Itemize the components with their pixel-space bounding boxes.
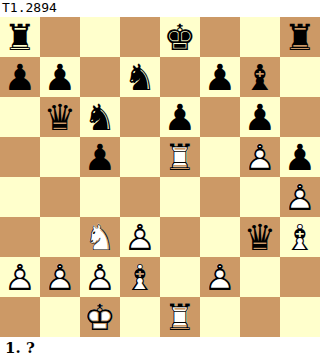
square-c5[interactable]: ♟ xyxy=(80,137,120,177)
square-a6[interactable] xyxy=(0,97,40,137)
square-c4[interactable] xyxy=(80,177,120,217)
square-c1[interactable]: ♚♔ xyxy=(80,297,120,337)
square-h3[interactable]: ♝♗ xyxy=(280,217,320,257)
piece-black-pawn: ♟ xyxy=(40,57,80,97)
piece-white-pawn: ♟♙ xyxy=(40,257,80,297)
square-h2[interactable] xyxy=(280,257,320,297)
piece-black-pawn: ♟ xyxy=(0,57,40,97)
square-c3[interactable]: ♞♘ xyxy=(80,217,120,257)
square-b3[interactable] xyxy=(40,217,80,257)
piece-white-pawn: ♟♙ xyxy=(200,257,240,297)
square-e4[interactable] xyxy=(160,177,200,217)
square-h5[interactable]: ♟ xyxy=(280,137,320,177)
piece-white-pawn: ♟♙ xyxy=(280,177,320,217)
square-g1[interactable] xyxy=(240,297,280,337)
puzzle-id: T1.2894 xyxy=(0,0,320,17)
square-h7[interactable] xyxy=(280,57,320,97)
square-g3[interactable]: ♛ xyxy=(240,217,280,257)
square-c7[interactable] xyxy=(80,57,120,97)
piece-white-bishop: ♝♗ xyxy=(120,257,160,297)
square-f2[interactable]: ♟♙ xyxy=(200,257,240,297)
piece-black-queen: ♛ xyxy=(240,217,280,257)
chess-board: ♜♚♜♟♟♞♟♝♛♞♟♟♟♜♖♟♙♟♟♙♞♘♟♙♛♝♗♟♙♟♙♟♙♝♗♟♙♚♔♜… xyxy=(0,17,320,337)
square-h8[interactable]: ♜ xyxy=(280,17,320,57)
square-h1[interactable] xyxy=(280,297,320,337)
square-d4[interactable] xyxy=(120,177,160,217)
square-g8[interactable] xyxy=(240,17,280,57)
square-a3[interactable] xyxy=(0,217,40,257)
square-g2[interactable] xyxy=(240,257,280,297)
piece-white-knight: ♞♘ xyxy=(80,217,120,257)
piece-black-knight: ♞ xyxy=(80,97,120,137)
square-d2[interactable]: ♝♗ xyxy=(120,257,160,297)
square-d3[interactable]: ♟♙ xyxy=(120,217,160,257)
square-f4[interactable] xyxy=(200,177,240,217)
square-g5[interactable]: ♟♙ xyxy=(240,137,280,177)
square-a1[interactable] xyxy=(0,297,40,337)
piece-white-rook: ♜♖ xyxy=(160,137,200,177)
piece-black-pawn: ♟ xyxy=(240,97,280,137)
piece-black-knight: ♞ xyxy=(120,57,160,97)
square-b8[interactable] xyxy=(40,17,80,57)
square-b4[interactable] xyxy=(40,177,80,217)
piece-black-pawn: ♟ xyxy=(80,137,120,177)
square-c2[interactable]: ♟♙ xyxy=(80,257,120,297)
piece-black-king: ♚ xyxy=(160,17,200,57)
square-e7[interactable] xyxy=(160,57,200,97)
square-g7[interactable]: ♝ xyxy=(240,57,280,97)
square-b5[interactable] xyxy=(40,137,80,177)
piece-white-bishop: ♝♗ xyxy=(280,217,320,257)
piece-black-queen: ♛ xyxy=(40,97,80,137)
piece-black-rook: ♜ xyxy=(0,17,40,57)
piece-white-pawn: ♟♙ xyxy=(240,137,280,177)
square-f1[interactable] xyxy=(200,297,240,337)
square-d1[interactable] xyxy=(120,297,160,337)
square-f7[interactable]: ♟ xyxy=(200,57,240,97)
piece-white-king: ♚♔ xyxy=(80,297,120,337)
square-b1[interactable] xyxy=(40,297,80,337)
square-f3[interactable] xyxy=(200,217,240,257)
square-e8[interactable]: ♚ xyxy=(160,17,200,57)
square-e2[interactable] xyxy=(160,257,200,297)
piece-black-bishop: ♝ xyxy=(240,57,280,97)
square-a2[interactable]: ♟♙ xyxy=(0,257,40,297)
piece-white-pawn: ♟♙ xyxy=(80,257,120,297)
square-c6[interactable]: ♞ xyxy=(80,97,120,137)
square-a8[interactable]: ♜ xyxy=(0,17,40,57)
square-a5[interactable] xyxy=(0,137,40,177)
square-h6[interactable] xyxy=(280,97,320,137)
piece-white-pawn: ♟♙ xyxy=(0,257,40,297)
piece-white-pawn: ♟♙ xyxy=(120,217,160,257)
square-b2[interactable]: ♟♙ xyxy=(40,257,80,297)
square-g4[interactable] xyxy=(240,177,280,217)
square-a4[interactable] xyxy=(0,177,40,217)
move-prompt: 1. ? xyxy=(0,337,320,360)
square-f6[interactable] xyxy=(200,97,240,137)
square-d6[interactable] xyxy=(120,97,160,137)
square-b7[interactable]: ♟ xyxy=(40,57,80,97)
square-e6[interactable]: ♟ xyxy=(160,97,200,137)
piece-black-pawn: ♟ xyxy=(280,137,320,177)
square-b6[interactable]: ♛ xyxy=(40,97,80,137)
square-f5[interactable] xyxy=(200,137,240,177)
piece-black-pawn: ♟ xyxy=(160,97,200,137)
piece-black-rook: ♜ xyxy=(280,17,320,57)
square-e5[interactable]: ♜♖ xyxy=(160,137,200,177)
square-d8[interactable] xyxy=(120,17,160,57)
piece-white-rook: ♜♖ xyxy=(160,297,200,337)
square-g6[interactable]: ♟ xyxy=(240,97,280,137)
square-h4[interactable]: ♟♙ xyxy=(280,177,320,217)
square-e3[interactable] xyxy=(160,217,200,257)
piece-black-pawn: ♟ xyxy=(200,57,240,97)
square-d7[interactable]: ♞ xyxy=(120,57,160,97)
square-f8[interactable] xyxy=(200,17,240,57)
square-e1[interactable]: ♜♖ xyxy=(160,297,200,337)
square-a7[interactable]: ♟ xyxy=(0,57,40,97)
square-d5[interactable] xyxy=(120,137,160,177)
square-c8[interactable] xyxy=(80,17,120,57)
